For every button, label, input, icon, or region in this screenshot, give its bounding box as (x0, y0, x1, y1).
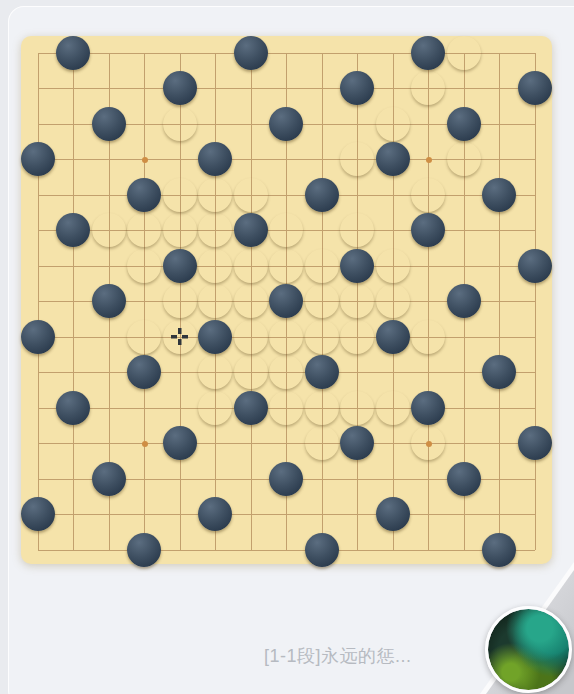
white-stone (198, 249, 232, 283)
black-stone (21, 142, 55, 176)
grid-line-horizontal (38, 514, 535, 515)
white-stone (127, 213, 161, 247)
white-stone (340, 320, 374, 354)
black-stone (163, 426, 197, 460)
black-stone (411, 36, 445, 70)
white-stone (163, 107, 197, 141)
black-stone (305, 533, 339, 567)
puzzle-title: [1-1段]永远的惩... (264, 644, 412, 668)
white-stone (340, 142, 374, 176)
white-stone (127, 320, 161, 354)
black-stone (482, 178, 516, 212)
black-stone (518, 71, 552, 105)
white-stone (198, 213, 232, 247)
white-stone (269, 391, 303, 425)
white-stone (127, 249, 161, 283)
black-stone (482, 533, 516, 567)
black-stone (198, 142, 232, 176)
white-stone (447, 36, 481, 70)
black-stone (234, 213, 268, 247)
grid-line-horizontal (38, 443, 535, 444)
star-point (142, 157, 148, 163)
star-point (426, 157, 432, 163)
black-stone (21, 320, 55, 354)
black-stone (340, 249, 374, 283)
black-stone (376, 142, 410, 176)
star-point (142, 441, 148, 447)
black-stone (482, 355, 516, 389)
black-stone (411, 213, 445, 247)
white-stone (269, 320, 303, 354)
grid-line-vertical (535, 53, 536, 550)
white-stone (411, 71, 445, 105)
white-stone (411, 320, 445, 354)
black-stone (163, 71, 197, 105)
black-stone (376, 320, 410, 354)
white-stone (234, 284, 268, 318)
grid-line-vertical (428, 53, 429, 550)
white-stone (198, 391, 232, 425)
black-stone (127, 355, 161, 389)
black-stone (56, 213, 90, 247)
white-stone (376, 107, 410, 141)
black-stone (56, 36, 90, 70)
white-stone (340, 284, 374, 318)
black-stone (234, 391, 268, 425)
white-stone (269, 355, 303, 389)
white-stone (163, 320, 197, 354)
white-stone (163, 178, 197, 212)
white-stone (340, 213, 374, 247)
black-stone (340, 426, 374, 460)
white-stone (376, 391, 410, 425)
grid-line-vertical (499, 53, 500, 550)
black-stone (411, 391, 445, 425)
black-stone (447, 107, 481, 141)
black-stone (127, 533, 161, 567)
white-stone (411, 178, 445, 212)
white-stone (92, 213, 126, 247)
white-stone (305, 249, 339, 283)
black-stone (447, 462, 481, 496)
white-stone (305, 284, 339, 318)
black-stone (340, 71, 374, 105)
black-stone (269, 462, 303, 496)
black-stone (198, 497, 232, 531)
black-stone (447, 284, 481, 318)
black-stone (163, 249, 197, 283)
black-stone (92, 462, 126, 496)
white-stone (411, 426, 445, 460)
avatar-image (488, 609, 569, 690)
white-stone (198, 284, 232, 318)
black-stone (198, 320, 232, 354)
white-stone (234, 320, 268, 354)
black-stone (269, 284, 303, 318)
white-stone (269, 213, 303, 247)
user-avatar[interactable] (485, 606, 572, 693)
black-stone (376, 497, 410, 531)
grid-line-horizontal (38, 550, 535, 551)
black-stone (127, 178, 161, 212)
black-stone (518, 426, 552, 460)
black-stone (269, 107, 303, 141)
white-stone (234, 249, 268, 283)
white-stone (234, 178, 268, 212)
white-stone (376, 249, 410, 283)
black-stone (92, 284, 126, 318)
black-stone (305, 178, 339, 212)
white-stone (234, 355, 268, 389)
white-stone (198, 355, 232, 389)
black-stone (234, 36, 268, 70)
black-stone (92, 107, 126, 141)
black-stone (305, 355, 339, 389)
white-stone (305, 426, 339, 460)
go-board[interactable] (21, 36, 552, 564)
white-stone (376, 284, 410, 318)
white-stone (305, 391, 339, 425)
white-stone (269, 249, 303, 283)
black-stone (518, 249, 552, 283)
white-stone (340, 391, 374, 425)
white-stone (163, 213, 197, 247)
white-stone (447, 142, 481, 176)
white-stone (198, 178, 232, 212)
white-stone (163, 284, 197, 318)
black-stone (21, 497, 55, 531)
white-stone (305, 320, 339, 354)
black-stone (56, 391, 90, 425)
